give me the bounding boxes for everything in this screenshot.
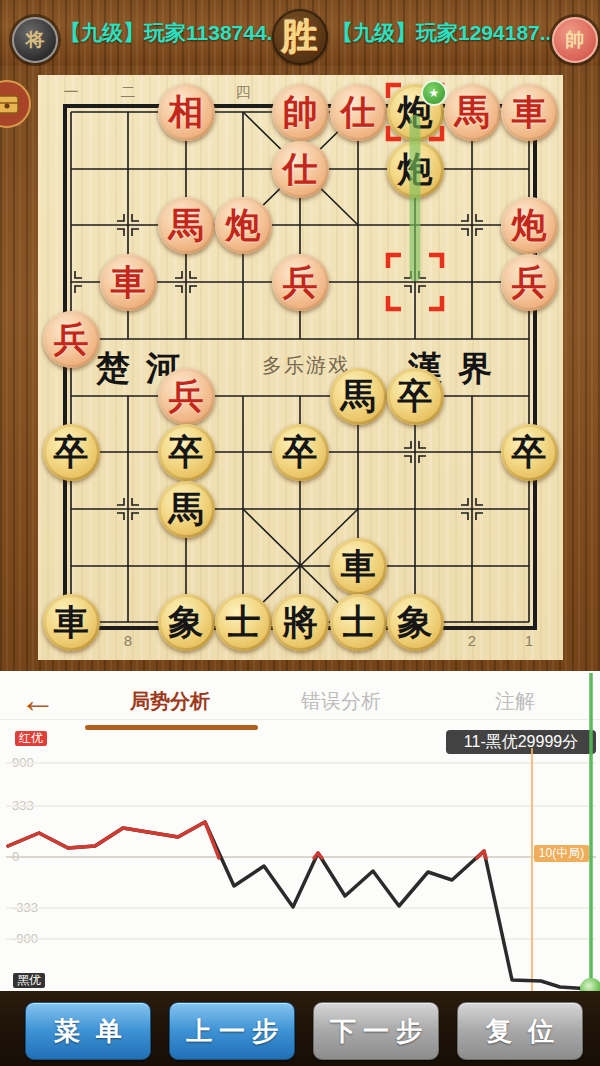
menu-button[interactable]: 菜单 xyxy=(25,1002,151,1060)
bottom-button-bar: 菜单 上一步 下一步 复位 xyxy=(0,991,600,1066)
next-move-button[interactable]: 下一步 xyxy=(313,1002,439,1060)
black-advantage-badge: 黑优 xyxy=(13,973,45,988)
prev-move-button[interactable]: 上一步 xyxy=(169,1002,295,1060)
xiangqi-app: 将 【九级】玩家1138744.. 胜 【九级】玩家1294187.. 帥 一二… xyxy=(0,0,600,1066)
phase-marker-label: 10(中局) xyxy=(534,845,589,862)
reset-button[interactable]: 复位 xyxy=(457,1002,583,1060)
last-move-star-icon: ★ xyxy=(421,80,447,106)
analysis-panel: ← 局势分析 错误分析 注解 红优 11-黑优29999分 9003330-33… xyxy=(0,671,600,991)
evaluation-chart xyxy=(0,671,600,991)
